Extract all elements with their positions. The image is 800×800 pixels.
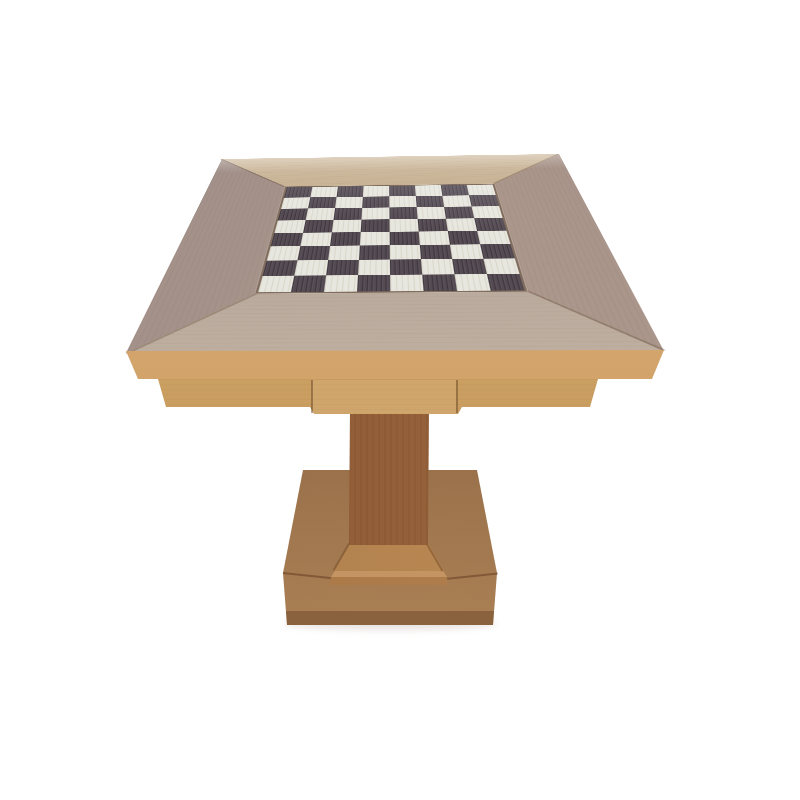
board-square <box>362 196 389 207</box>
board-square <box>441 185 469 196</box>
board-square <box>390 245 421 260</box>
base-shadow <box>284 617 496 630</box>
pedestal-base-bottom-edge <box>0 0 800 800</box>
board-square <box>452 259 487 275</box>
board-square <box>330 232 361 246</box>
board-square <box>480 244 515 259</box>
board-square <box>297 246 330 261</box>
board-square <box>389 186 416 197</box>
drawer-seam <box>456 380 458 413</box>
board-square <box>444 206 474 218</box>
board-square <box>450 244 483 259</box>
pedestal-step <box>0 0 800 800</box>
board-square <box>291 275 326 292</box>
tabletop-frame-left <box>126 154 664 353</box>
board-square <box>390 232 420 246</box>
board-square <box>274 220 305 233</box>
board-square <box>455 274 491 291</box>
drawer-front <box>0 0 800 800</box>
board-square <box>326 260 359 276</box>
miter-seam <box>445 572 498 579</box>
board-square <box>357 275 390 292</box>
pedestal-flare <box>0 0 800 800</box>
miter-seam <box>493 154 559 184</box>
board-square <box>335 197 363 208</box>
board-square <box>263 260 298 276</box>
board-square <box>474 218 506 231</box>
board-square <box>419 231 450 245</box>
pedestal-step-face <box>0 0 800 800</box>
board-square <box>477 231 510 245</box>
board-square <box>417 207 446 219</box>
board-square <box>361 219 390 232</box>
chess-table <box>0 0 800 800</box>
board-square <box>442 195 471 206</box>
board-square <box>278 208 308 220</box>
board-square <box>332 220 362 233</box>
board-square <box>308 197 337 208</box>
board-square <box>421 259 455 275</box>
board-square <box>415 185 442 196</box>
board-square <box>389 207 417 219</box>
tabletop-surface <box>126 154 664 353</box>
chess-board <box>255 184 527 294</box>
board-square <box>487 274 524 291</box>
board-square <box>446 218 477 231</box>
miter-seam <box>427 544 444 572</box>
board-square <box>303 220 333 233</box>
board-square <box>271 233 303 247</box>
miter-seam <box>221 159 286 187</box>
board-square <box>258 276 294 293</box>
board-square <box>418 219 448 232</box>
board-square <box>284 187 312 198</box>
board-square <box>448 231 480 245</box>
apron <box>0 0 800 800</box>
pedestal-base <box>0 0 800 800</box>
board-square <box>416 196 444 207</box>
miter-seam <box>126 293 257 353</box>
board-square <box>422 274 457 291</box>
board-square <box>324 275 358 292</box>
board-square <box>483 258 519 274</box>
board-square <box>294 260 328 276</box>
board-square <box>360 232 390 246</box>
pedestal-column <box>0 0 800 800</box>
tabletop-edge <box>0 0 800 800</box>
board-square <box>361 207 389 219</box>
board-square <box>420 245 452 260</box>
miter-seam <box>283 572 335 579</box>
board-square <box>469 195 499 206</box>
board-square <box>358 260 390 276</box>
drawer-seam <box>311 380 313 413</box>
board-square <box>333 208 362 220</box>
tabletop-frame-right <box>126 154 664 353</box>
board-square <box>337 186 364 197</box>
board-square <box>310 187 338 198</box>
board-square <box>363 186 389 197</box>
board-square <box>306 208 335 220</box>
miter-seam <box>527 291 665 351</box>
tabletop-frame-front <box>126 154 664 353</box>
board-square <box>281 197 310 208</box>
board-square <box>467 185 496 196</box>
tabletop-frame-back <box>126 154 664 353</box>
miter-seam <box>333 543 350 571</box>
board-square <box>328 246 360 261</box>
board-square <box>390 259 422 275</box>
board-square <box>390 275 424 292</box>
board-square <box>300 232 331 246</box>
board-square <box>390 219 419 232</box>
board-square <box>389 196 416 207</box>
board-square <box>359 245 390 260</box>
board-square <box>472 206 503 218</box>
board-square <box>267 246 301 261</box>
